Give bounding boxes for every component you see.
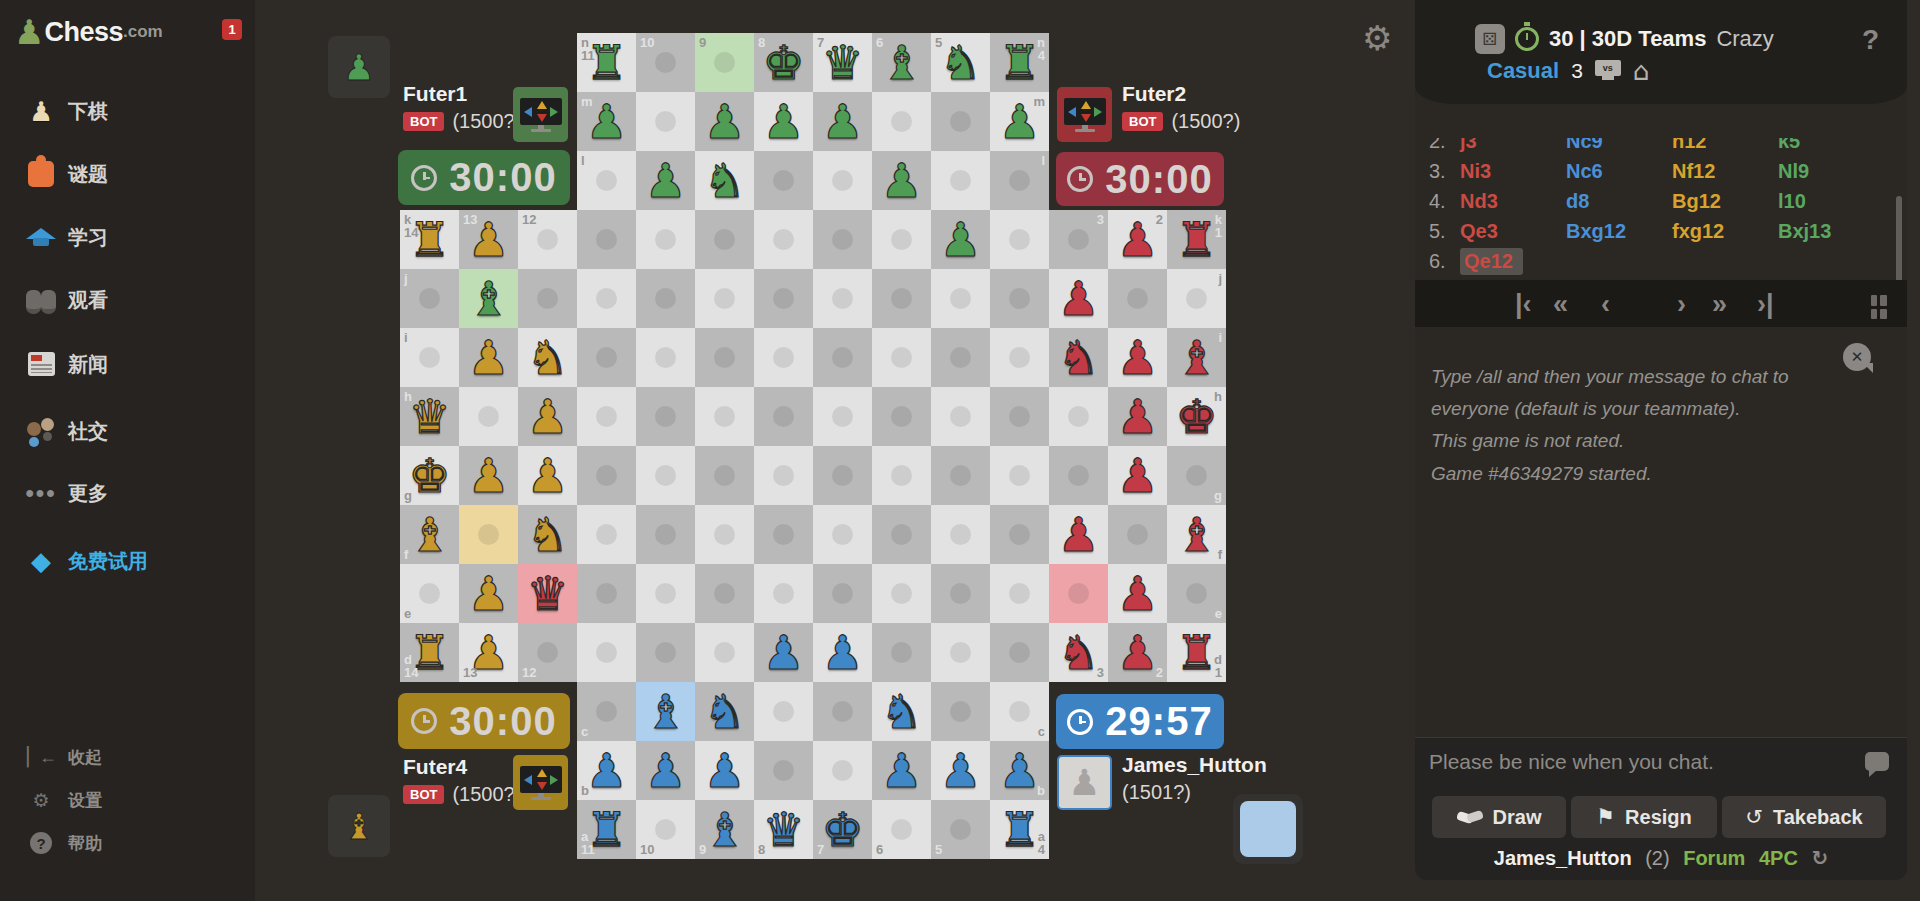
red-knight-i3[interactable]: ♞ — [1049, 328, 1108, 387]
square-b6[interactable]: ♟ — [872, 741, 931, 800]
move[interactable]: Bxj13 — [1778, 220, 1884, 243]
sidebar-item-label: 观看 — [68, 287, 108, 314]
yellow-pawn-g13[interactable]: ♟ — [459, 446, 518, 505]
square-m10[interactable] — [636, 92, 695, 151]
square-i13[interactable]: ♟ — [459, 328, 518, 387]
square-coordinate-label: h — [1214, 390, 1222, 403]
square-k8[interactable] — [754, 210, 813, 269]
move-list-scrollbar[interactable] — [1896, 196, 1902, 284]
fourpc-link[interactable]: 4PC — [1759, 847, 1798, 869]
square-f12[interactable]: ♞ — [518, 505, 577, 564]
square-g13[interactable]: ♟ — [459, 446, 518, 505]
square-m5[interactable] — [931, 92, 990, 151]
square-i5[interactable] — [931, 328, 990, 387]
draw-button[interactable]: Draw — [1432, 796, 1566, 838]
square-n5[interactable]: ♞5 — [931, 33, 990, 92]
square-l6[interactable]: ♟ — [872, 151, 931, 210]
help-icon[interactable]: ? — [1862, 24, 1879, 56]
nav-first-button[interactable]: |‹ — [1515, 284, 1532, 324]
yellow-pawn-g12[interactable]: ♟ — [518, 446, 577, 505]
square-c6[interactable]: ♞ — [872, 682, 931, 741]
square-j8[interactable] — [754, 269, 813, 328]
square-e11[interactable] — [577, 564, 636, 623]
square-l10[interactable]: ♟ — [636, 151, 695, 210]
square-n7[interactable]: ♛7 — [813, 33, 872, 92]
chat-bubble-icon[interactable] — [1865, 752, 1889, 771]
dots-icon: ••• — [24, 476, 58, 510]
nav-forward-button[interactable]: › — [1677, 284, 1686, 324]
green-pawn-m9[interactable]: ♟ — [695, 92, 754, 151]
player-name-futer1[interactable]: Futer1 — [403, 82, 467, 106]
square-e14[interactable]: e — [400, 564, 459, 623]
square-e12[interactable]: ♛ — [518, 564, 577, 623]
square-d2[interactable]: ♟2 — [1108, 623, 1167, 682]
square-g6[interactable] — [872, 446, 931, 505]
square-h13[interactable] — [459, 387, 518, 446]
clock-red: 30:00 — [1056, 152, 1224, 206]
square-d8[interactable]: ♟ — [754, 623, 813, 682]
square-d10[interactable] — [636, 623, 695, 682]
square-m4[interactable]: ♟m — [990, 92, 1049, 151]
home-icon: ⌂ — [1633, 60, 1650, 82]
nav-back-fast-button[interactable]: « — [1553, 284, 1568, 324]
green-pawn-l6[interactable]: ♟ — [872, 151, 931, 210]
square-l8[interactable] — [754, 151, 813, 210]
blue-pawn-d8[interactable]: ♟ — [754, 623, 813, 682]
green-in-hand-tray[interactable]: ♟ — [328, 36, 390, 98]
square-a5[interactable]: 5 — [931, 800, 990, 859]
square-h1[interactable]: ♚h — [1167, 387, 1226, 446]
square-e1[interactable]: e — [1167, 564, 1226, 623]
square-d9[interactable] — [695, 623, 754, 682]
yellow-in-hand-tray[interactable]: ♝ — [328, 795, 390, 857]
game-title: 30 | 30D Teams — [1549, 26, 1706, 52]
square-f14[interactable]: ♝f — [400, 505, 459, 564]
green-pawn-m7[interactable]: ♟ — [813, 92, 872, 151]
yellow-pawn-e13[interactable]: ♟ — [459, 564, 518, 623]
move-row-6: 6.Qe12 — [1415, 246, 1885, 276]
sidebar-item-2[interactable]: 谜题 — [0, 152, 255, 196]
square-g11[interactable] — [577, 446, 636, 505]
square-c8[interactable] — [754, 682, 813, 741]
square-coordinate-label: g — [1214, 489, 1222, 502]
square-f2[interactable] — [1108, 505, 1167, 564]
square-d13[interactable]: ♟13 — [459, 623, 518, 682]
square-coordinate-label: m — [581, 95, 593, 108]
square-e4[interactable] — [990, 564, 1049, 623]
square-c9[interactable]: ♞ — [695, 682, 754, 741]
avatar-futer1[interactable] — [513, 87, 568, 142]
square-f8[interactable] — [754, 505, 813, 564]
square-e9[interactable] — [695, 564, 754, 623]
square-k10[interactable] — [636, 210, 695, 269]
notification-badge[interactable]: 1 — [222, 19, 242, 40]
board-void — [459, 800, 518, 859]
move-row-3: 3.Ni3Nc6Nf12Nl9 — [1415, 156, 1885, 186]
square-dot — [950, 288, 971, 309]
square-b5[interactable]: ♟ — [931, 741, 990, 800]
square-b10[interactable]: ♟ — [636, 741, 695, 800]
square-b4[interactable]: ♟b — [990, 741, 1049, 800]
square-h4[interactable] — [990, 387, 1049, 446]
square-g12[interactable]: ♟ — [518, 446, 577, 505]
square-g1[interactable]: g — [1167, 446, 1226, 505]
square-d6[interactable] — [872, 623, 931, 682]
resign-button[interactable]: ⚑ Resign — [1571, 796, 1717, 838]
square-a11[interactable]: ♜a 11 — [577, 800, 636, 859]
square-a4[interactable]: ♜a 4 — [990, 800, 1049, 859]
square-c5[interactable] — [931, 682, 990, 741]
clock-green: 30:00 — [398, 150, 570, 205]
move[interactable]: Bg12 — [1672, 190, 1778, 213]
square-c7[interactable] — [813, 682, 872, 741]
square-l7[interactable] — [813, 151, 872, 210]
square-f6[interactable] — [872, 505, 931, 564]
flag-icon: ⚑ — [1596, 805, 1615, 829]
square-h3[interactable] — [1049, 387, 1108, 446]
player-name-futer4[interactable]: Futer4 — [403, 755, 467, 779]
green-knight-l9[interactable]: ♞ — [695, 151, 754, 210]
chat-mute-icon[interactable]: ✕ — [1843, 343, 1871, 371]
square-dot — [891, 288, 912, 309]
square-k14[interactable]: ♜k 14 — [400, 210, 459, 269]
blue-pawn-b9[interactable]: ♟ — [695, 741, 754, 800]
forum-link[interactable]: Forum — [1683, 847, 1745, 869]
square-d11[interactable] — [577, 623, 636, 682]
move[interactable]: Qe3 — [1460, 220, 1566, 243]
move[interactable]: Nc9 — [1566, 138, 1672, 153]
square-b7[interactable] — [813, 741, 872, 800]
green-bishop-j13[interactable]: ♝ — [459, 269, 518, 328]
red-queen-e12[interactable]: ♛ — [518, 564, 577, 623]
player-name-james-hutton[interactable]: James_Hutton — [1122, 753, 1267, 777]
square-e13[interactable]: ♟ — [459, 564, 518, 623]
move[interactable]: Nf12 — [1672, 160, 1778, 183]
square-coordinate-label: 12 — [522, 666, 536, 679]
square-b8[interactable] — [754, 741, 813, 800]
square-h8[interactable] — [754, 387, 813, 446]
square-g8[interactable] — [754, 446, 813, 505]
yellow-bishop-f14[interactable]: ♝ — [400, 505, 459, 564]
square-e10[interactable] — [636, 564, 695, 623]
square-l5[interactable] — [931, 151, 990, 210]
square-dot — [832, 583, 853, 604]
bot-monitor-icon — [520, 98, 562, 132]
move[interactable]: fxg12 — [1672, 220, 1778, 243]
blue-pawn-d7[interactable]: ♟ — [813, 623, 872, 682]
square-i11[interactable] — [577, 328, 636, 387]
square-i14[interactable]: i — [400, 328, 459, 387]
square-i12[interactable]: ♞ — [518, 328, 577, 387]
green-pawn-l10[interactable]: ♟ — [636, 151, 695, 210]
move[interactable]: Nd3 — [1460, 190, 1566, 213]
square-m7[interactable]: ♟ — [813, 92, 872, 151]
square-i6[interactable] — [872, 328, 931, 387]
nav-last-button[interactable]: ›| — [1757, 284, 1774, 324]
board-settings-gear-icon[interactable]: ⚙ — [1362, 18, 1392, 58]
square-e6[interactable] — [872, 564, 931, 623]
square-e3[interactable] — [1049, 564, 1108, 623]
square-j6[interactable] — [872, 269, 931, 328]
square-l9[interactable]: ♞ — [695, 151, 754, 210]
yellow-pawn-i13[interactable]: ♟ — [459, 328, 518, 387]
square-e8[interactable] — [754, 564, 813, 623]
player-name-futer2[interactable]: Futer2 — [1122, 82, 1186, 106]
square-j11[interactable] — [577, 269, 636, 328]
square-j3[interactable]: ♟ — [1049, 269, 1108, 328]
square-dot — [1009, 406, 1030, 427]
sidebar-item-6[interactable]: 社交 — [0, 409, 255, 453]
nav-forward-fast-button[interactable]: » — [1712, 284, 1727, 324]
square-k12[interactable]: 12 — [518, 210, 577, 269]
square-g5[interactable] — [931, 446, 990, 505]
red-pawn-g2[interactable]: ♟ — [1108, 446, 1167, 505]
red-pawn-f3[interactable]: ♟ — [1049, 505, 1108, 564]
square-n8[interactable]: ♚8 — [754, 33, 813, 92]
square-c4[interactable]: c — [990, 682, 1049, 741]
square-k7[interactable] — [813, 210, 872, 269]
clock-icon — [1067, 709, 1093, 735]
move[interactable]: Ni3 — [1460, 160, 1566, 183]
move[interactable]: Nl9 — [1778, 160, 1884, 183]
square-j1[interactable]: j — [1167, 269, 1226, 328]
square-d1[interactable]: ♜d 1 — [1167, 623, 1226, 682]
square-d7[interactable]: ♟ — [813, 623, 872, 682]
blue-pawn-b6[interactable]: ♟ — [872, 741, 931, 800]
nav-back-button[interactable]: ‹ — [1601, 284, 1610, 324]
square-d12[interactable]: 12 — [518, 623, 577, 682]
square-j12[interactable] — [518, 269, 577, 328]
square-j5[interactable] — [931, 269, 990, 328]
red-pawn-i2[interactable]: ♟ — [1108, 328, 1167, 387]
avatar-futer4[interactable] — [513, 755, 568, 810]
square-g10[interactable] — [636, 446, 695, 505]
square-m6[interactable] — [872, 92, 931, 151]
square-a6[interactable]: 6 — [872, 800, 931, 859]
square-j7[interactable] — [813, 269, 872, 328]
square-dot — [832, 347, 853, 368]
move-list[interactable]: 2.j3Nc9h12k53.Ni3Nc6Nf12Nl94.Nd3d8Bg12l1… — [1415, 138, 1885, 278]
refresh-icon[interactable]: ↻ — [1811, 846, 1828, 870]
square-l11[interactable]: l — [577, 151, 636, 210]
square-j13[interactable]: ♝ — [459, 269, 518, 328]
square-k6[interactable] — [872, 210, 931, 269]
sidebar-footer-help[interactable]: ?帮助 — [0, 826, 255, 860]
square-n11[interactable]: ♜n 11 — [577, 33, 636, 92]
square-h12[interactable]: ♟ — [518, 387, 577, 446]
red-bishop-i1[interactable]: ♝ — [1167, 328, 1226, 387]
blue-knight-c6[interactable]: ♞ — [872, 682, 931, 741]
square-f1[interactable]: ♝f — [1167, 505, 1226, 564]
square-j14[interactable]: j — [400, 269, 459, 328]
avatar-futer2[interactable] — [1057, 87, 1112, 142]
sidebar-item-5[interactable]: 新闻 — [0, 342, 255, 386]
pawn-avatar-icon: ♟ — [1068, 762, 1100, 803]
casual-label: Casual — [1487, 58, 1559, 84]
blue-bishop-c10[interactable]: ♝ — [636, 682, 695, 741]
square-g4[interactable] — [990, 446, 1049, 505]
blue-pawn-b5[interactable]: ♟ — [931, 741, 990, 800]
square-dot — [655, 111, 676, 132]
chesscom-logo[interactable]: ♟ Chess.com — [14, 12, 163, 52]
red-pawn-j3[interactable]: ♟ — [1049, 269, 1108, 328]
square-f9[interactable] — [695, 505, 754, 564]
board-void — [1049, 33, 1108, 92]
square-i3[interactable]: ♞ — [1049, 328, 1108, 387]
square-b9[interactable]: ♟ — [695, 741, 754, 800]
square-h14[interactable]: ♛h — [400, 387, 459, 446]
square-i10[interactable] — [636, 328, 695, 387]
square-m9[interactable]: ♟ — [695, 92, 754, 151]
square-i2[interactable]: ♟ — [1108, 328, 1167, 387]
blue-knight-c9[interactable]: ♞ — [695, 682, 754, 741]
avatar-james-hutton[interactable]: ♟ — [1057, 755, 1112, 810]
square-n10[interactable]: 10 — [636, 33, 695, 92]
square-h10[interactable] — [636, 387, 695, 446]
square-c11[interactable]: c — [577, 682, 636, 741]
square-g3[interactable] — [1049, 446, 1108, 505]
square-coordinate-label: d 1 — [1214, 653, 1222, 679]
square-f10[interactable] — [636, 505, 695, 564]
square-dot — [773, 760, 794, 781]
square-c10[interactable]: ♝ — [636, 682, 695, 741]
square-n4[interactable]: ♜n 4 — [990, 33, 1049, 92]
footer-player-name[interactable]: James_Hutton — [1494, 847, 1632, 869]
square-i4[interactable] — [990, 328, 1049, 387]
clock-blue: 29:57 — [1056, 694, 1224, 749]
square-i8[interactable] — [754, 328, 813, 387]
square-a10[interactable]: 10 — [636, 800, 695, 859]
square-f3[interactable]: ♟ — [1049, 505, 1108, 564]
yellow-knight-f12[interactable]: ♞ — [518, 505, 577, 564]
square-k2[interactable]: ♟2 — [1108, 210, 1167, 269]
square-a9[interactable]: ♝9 — [695, 800, 754, 859]
square-h2[interactable]: ♟ — [1108, 387, 1167, 446]
square-h5[interactable] — [931, 387, 990, 446]
move-number: 5. — [1429, 220, 1460, 243]
square-h7[interactable] — [813, 387, 872, 446]
square-dot — [950, 465, 971, 486]
square-e5[interactable] — [931, 564, 990, 623]
square-h6[interactable] — [872, 387, 931, 446]
square-f11[interactable] — [577, 505, 636, 564]
square-j2[interactable] — [1108, 269, 1167, 328]
square-h11[interactable] — [577, 387, 636, 446]
square-g14[interactable]: ♚g — [400, 446, 459, 505]
red-pawn-h2[interactable]: ♟ — [1108, 387, 1167, 446]
square-b11[interactable]: ♟b — [577, 741, 636, 800]
square-e2[interactable]: ♟ — [1108, 564, 1167, 623]
square-d5[interactable] — [931, 623, 990, 682]
square-k1[interactable]: ♜k 1 — [1167, 210, 1226, 269]
square-g9[interactable] — [695, 446, 754, 505]
square-i7[interactable] — [813, 328, 872, 387]
square-g7[interactable] — [813, 446, 872, 505]
yellow-knight-i12[interactable]: ♞ — [518, 328, 577, 387]
sidebar-item-7[interactable]: •••更多 — [0, 471, 255, 515]
square-e7[interactable] — [813, 564, 872, 623]
square-a8[interactable]: ♛8 — [754, 800, 813, 859]
square-d3[interactable]: ♞3 — [1049, 623, 1108, 682]
square-k3[interactable]: 3 — [1049, 210, 1108, 269]
square-coordinate-label: 8 — [758, 843, 765, 856]
square-coordinate-label: m — [1033, 95, 1045, 108]
sidebar-item-1[interactable]: ♟下棋 — [0, 89, 255, 133]
square-g2[interactable]: ♟ — [1108, 446, 1167, 505]
red-pawn-e2[interactable]: ♟ — [1108, 564, 1167, 623]
square-dot — [773, 229, 794, 250]
square-d14[interactable]: ♜d 14 — [400, 623, 459, 682]
square-n6[interactable]: ♝6 — [872, 33, 931, 92]
chat-input[interactable]: Please be nice when you chat. — [1429, 750, 1859, 774]
blue-premove-tray-slot[interactable] — [1240, 801, 1296, 857]
square-dot — [714, 288, 735, 309]
square-coordinate-label: d 14 — [404, 653, 418, 679]
square-d4[interactable] — [990, 623, 1049, 682]
square-a7[interactable]: ♚7 — [813, 800, 872, 859]
square-k11[interactable] — [577, 210, 636, 269]
move[interactable]: Bxg12 — [1566, 220, 1672, 243]
move[interactable]: h12 — [1672, 138, 1778, 153]
square-l4[interactable]: l — [990, 151, 1049, 210]
square-coordinate-label: j — [404, 272, 408, 285]
square-n9[interactable]: 9 — [695, 33, 754, 92]
square-k5[interactable]: ♟ — [931, 210, 990, 269]
square-j10[interactable] — [636, 269, 695, 328]
square-dot — [1127, 288, 1148, 309]
square-coordinate-label: b — [581, 784, 589, 797]
yellow-pawn-h12[interactable]: ♟ — [518, 387, 577, 446]
move[interactable]: k5 — [1778, 138, 1884, 153]
square-k9[interactable] — [695, 210, 754, 269]
square-h9[interactable] — [695, 387, 754, 446]
takeback-button[interactable]: ↺ Takeback — [1722, 796, 1886, 838]
square-j4[interactable] — [990, 269, 1049, 328]
panel-resize-grip[interactable] — [1861, 295, 1887, 319]
square-coordinate-label: 5 — [935, 36, 942, 49]
move[interactable]: Nc6 — [1566, 160, 1672, 183]
move[interactable]: l10 — [1778, 190, 1884, 213]
square-f4[interactable] — [990, 505, 1049, 564]
square-i9[interactable] — [695, 328, 754, 387]
move[interactable]: d8 — [1566, 190, 1672, 213]
square-m11[interactable]: ♟m — [577, 92, 636, 151]
sidebar-item-4[interactable]: 观看 — [0, 278, 255, 322]
square-j9[interactable] — [695, 269, 754, 328]
square-dot — [714, 52, 735, 73]
green-pawn-m8[interactable]: ♟ — [754, 92, 813, 151]
square-f13[interactable] — [459, 505, 518, 564]
square-m8[interactable]: ♟ — [754, 92, 813, 151]
square-k4[interactable] — [990, 210, 1049, 269]
square-k13[interactable]: ♟13 — [459, 210, 518, 269]
square-f5[interactable] — [931, 505, 990, 564]
sidebar-item-8[interactable]: ◆免费试用 — [0, 539, 255, 583]
sidebar-footer-collapse[interactable]: ▏←收起 — [0, 740, 255, 774]
player-meta-futer4: BOT(1500?) — [403, 783, 521, 806]
move-current[interactable]: Qe12 — [1460, 250, 1566, 273]
clock-icon — [411, 165, 437, 191]
square-f7[interactable] — [813, 505, 872, 564]
move[interactable]: j3 — [1460, 138, 1566, 153]
sidebar-item-3[interactable]: 学习 — [0, 215, 255, 259]
green-pawn-k5[interactable]: ♟ — [931, 210, 990, 269]
sidebar-footer-gear[interactable]: ⚙设置 — [0, 783, 255, 817]
square-i1[interactable]: ♝i — [1167, 328, 1226, 387]
square-coordinate-label: 10 — [640, 843, 654, 856]
square-dot — [773, 288, 794, 309]
blue-pawn-b10[interactable]: ♟ — [636, 741, 695, 800]
